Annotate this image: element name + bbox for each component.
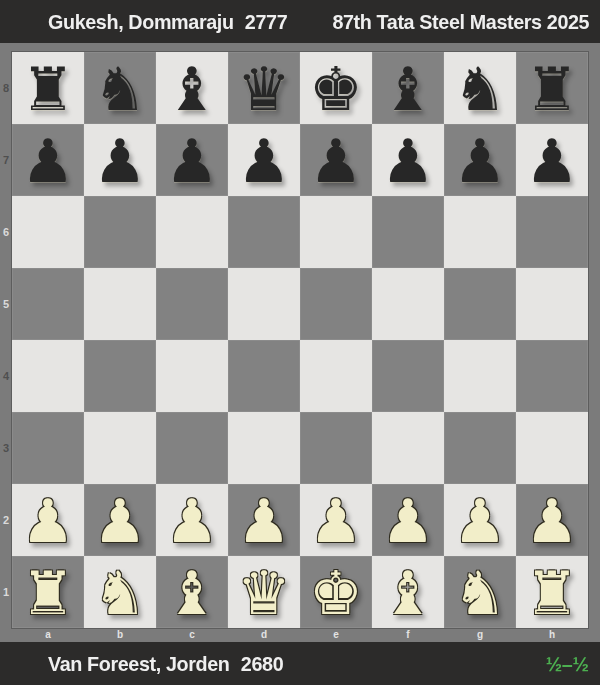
rank-label-6: 6 xyxy=(0,226,12,238)
white-king[interactable]: ♚ xyxy=(300,556,372,628)
square-f5[interactable] xyxy=(372,268,444,340)
file-label-d: d xyxy=(228,628,300,642)
black-pawn[interactable]: ♟ xyxy=(156,124,228,196)
black-player: Gukesh, Dommaraju2777 xyxy=(48,10,287,34)
file-label-b: b xyxy=(84,628,156,642)
square-d2[interactable]: ♟ xyxy=(228,484,300,556)
square-d6[interactable] xyxy=(228,196,300,268)
bottom-player-bar: Van Foreest, Jorden2680 ½–½ xyxy=(0,642,600,685)
square-a1[interactable]: ♜ xyxy=(12,556,84,628)
black-pawn[interactable]: ♟ xyxy=(300,124,372,196)
chess-board: ♜♞♝♛♚♝♞♜♟♟♟♟♟♟♟♟♟♟♟♟♟♟♟♟♜♞♝♛♚♝♞♜ xyxy=(12,52,588,628)
square-g3[interactable] xyxy=(444,412,516,484)
square-c3[interactable] xyxy=(156,412,228,484)
square-e6[interactable] xyxy=(300,196,372,268)
square-c1[interactable]: ♝ xyxy=(156,556,228,628)
black-rook[interactable]: ♜ xyxy=(516,52,588,124)
white-player-name: Van Foreest, Jorden xyxy=(48,652,230,675)
square-f7[interactable]: ♟ xyxy=(372,124,444,196)
square-g6[interactable] xyxy=(444,196,516,268)
square-b4[interactable] xyxy=(84,340,156,412)
square-d1[interactable]: ♛ xyxy=(228,556,300,628)
square-a7[interactable]: ♟ xyxy=(12,124,84,196)
black-bishop[interactable]: ♝ xyxy=(372,52,444,124)
black-pawn[interactable]: ♟ xyxy=(12,124,84,196)
square-g5[interactable] xyxy=(444,268,516,340)
rank-label-7: 7 xyxy=(0,154,12,166)
square-h8[interactable]: ♜ xyxy=(516,52,588,124)
file-label-f: f xyxy=(372,628,444,642)
square-b7[interactable]: ♟ xyxy=(84,124,156,196)
white-queen[interactable]: ♛ xyxy=(228,556,300,628)
white-player: Van Foreest, Jorden2680 xyxy=(48,652,283,676)
black-pawn[interactable]: ♟ xyxy=(372,124,444,196)
square-c4[interactable] xyxy=(156,340,228,412)
square-h2[interactable]: ♟ xyxy=(516,484,588,556)
event-name: 87th Tata Steel Masters 2025 xyxy=(332,10,589,34)
black-pawn[interactable]: ♟ xyxy=(444,124,516,196)
white-pawn[interactable]: ♟ xyxy=(372,484,444,556)
square-a5[interactable] xyxy=(12,268,84,340)
square-e4[interactable] xyxy=(300,340,372,412)
white-pawn[interactable]: ♟ xyxy=(156,484,228,556)
square-f8[interactable]: ♝ xyxy=(372,52,444,124)
game-result: ½–½ xyxy=(546,652,589,676)
rank-label-2: 2 xyxy=(0,514,12,526)
white-rook[interactable]: ♜ xyxy=(12,556,84,628)
square-b1[interactable]: ♞ xyxy=(84,556,156,628)
square-e1[interactable]: ♚ xyxy=(300,556,372,628)
square-f3[interactable] xyxy=(372,412,444,484)
black-player-rating: 2777 xyxy=(245,10,287,33)
white-pawn[interactable]: ♟ xyxy=(300,484,372,556)
square-b8[interactable]: ♞ xyxy=(84,52,156,124)
white-rook[interactable]: ♜ xyxy=(516,556,588,628)
square-c6[interactable] xyxy=(156,196,228,268)
square-d3[interactable] xyxy=(228,412,300,484)
white-pawn[interactable]: ♟ xyxy=(228,484,300,556)
square-h3[interactable] xyxy=(516,412,588,484)
rank-label-5: 5 xyxy=(0,298,12,310)
black-rook[interactable]: ♜ xyxy=(12,52,84,124)
square-b2[interactable]: ♟ xyxy=(84,484,156,556)
square-b3[interactable] xyxy=(84,412,156,484)
file-label-g: g xyxy=(444,628,516,642)
rank-label-3: 3 xyxy=(0,442,12,454)
file-label-c: c xyxy=(156,628,228,642)
square-a6[interactable] xyxy=(12,196,84,268)
square-e7[interactable]: ♟ xyxy=(300,124,372,196)
square-h1[interactable]: ♜ xyxy=(516,556,588,628)
white-bishop[interactable]: ♝ xyxy=(156,556,228,628)
square-f6[interactable] xyxy=(372,196,444,268)
square-d7[interactable]: ♟ xyxy=(228,124,300,196)
square-f1[interactable]: ♝ xyxy=(372,556,444,628)
black-knight[interactable]: ♞ xyxy=(444,52,516,124)
white-pawn[interactable]: ♟ xyxy=(516,484,588,556)
rank-label-4: 4 xyxy=(0,370,12,382)
black-bishop[interactable]: ♝ xyxy=(156,52,228,124)
square-b5[interactable] xyxy=(84,268,156,340)
square-e2[interactable]: ♟ xyxy=(300,484,372,556)
black-queen[interactable]: ♛ xyxy=(228,52,300,124)
rank-label-1: 1 xyxy=(0,586,12,598)
square-g8[interactable]: ♞ xyxy=(444,52,516,124)
white-player-rating: 2680 xyxy=(241,652,283,675)
square-g4[interactable] xyxy=(444,340,516,412)
square-e5[interactable] xyxy=(300,268,372,340)
white-pawn[interactable]: ♟ xyxy=(12,484,84,556)
black-player-name: Gukesh, Dommaraju xyxy=(48,10,234,33)
black-pawn[interactable]: ♟ xyxy=(516,124,588,196)
square-h6[interactable] xyxy=(516,196,588,268)
file-label-e: e xyxy=(300,628,372,642)
black-pawn[interactable]: ♟ xyxy=(84,124,156,196)
square-a2[interactable]: ♟ xyxy=(12,484,84,556)
square-c5[interactable] xyxy=(156,268,228,340)
square-a8[interactable]: ♜ xyxy=(12,52,84,124)
square-h7[interactable]: ♟ xyxy=(516,124,588,196)
square-e3[interactable] xyxy=(300,412,372,484)
white-pawn[interactable]: ♟ xyxy=(444,484,516,556)
square-g1[interactable]: ♞ xyxy=(444,556,516,628)
square-g7[interactable]: ♟ xyxy=(444,124,516,196)
square-c2[interactable]: ♟ xyxy=(156,484,228,556)
file-label-a: a xyxy=(12,628,84,642)
white-bishop[interactable]: ♝ xyxy=(372,556,444,628)
black-pawn[interactable]: ♟ xyxy=(228,124,300,196)
square-d8[interactable]: ♛ xyxy=(228,52,300,124)
white-knight[interactable]: ♞ xyxy=(84,556,156,628)
white-knight[interactable]: ♞ xyxy=(444,556,516,628)
square-g2[interactable]: ♟ xyxy=(444,484,516,556)
top-player-bar: Gukesh, Dommaraju2777 87th Tata Steel Ma… xyxy=(0,0,600,43)
square-c8[interactable]: ♝ xyxy=(156,52,228,124)
black-knight[interactable]: ♞ xyxy=(84,52,156,124)
square-a4[interactable] xyxy=(12,340,84,412)
square-f2[interactable]: ♟ xyxy=(372,484,444,556)
square-b6[interactable] xyxy=(84,196,156,268)
square-h4[interactable] xyxy=(516,340,588,412)
square-h5[interactable] xyxy=(516,268,588,340)
rank-label-8: 8 xyxy=(0,82,12,94)
board-margin-area: ♜♞♝♛♚♝♞♜♟♟♟♟♟♟♟♟♟♟♟♟♟♟♟♟♜♞♝♛♚♝♞♜ 8765432… xyxy=(0,43,600,642)
chess-diagram-window: Gukesh, Dommaraju2777 87th Tata Steel Ma… xyxy=(0,0,600,685)
square-f4[interactable] xyxy=(372,340,444,412)
white-pawn[interactable]: ♟ xyxy=(84,484,156,556)
square-d4[interactable] xyxy=(228,340,300,412)
square-e8[interactable]: ♚ xyxy=(300,52,372,124)
file-label-h: h xyxy=(516,628,588,642)
black-king[interactable]: ♚ xyxy=(300,52,372,124)
square-d5[interactable] xyxy=(228,268,300,340)
square-c7[interactable]: ♟ xyxy=(156,124,228,196)
square-a3[interactable] xyxy=(12,412,84,484)
